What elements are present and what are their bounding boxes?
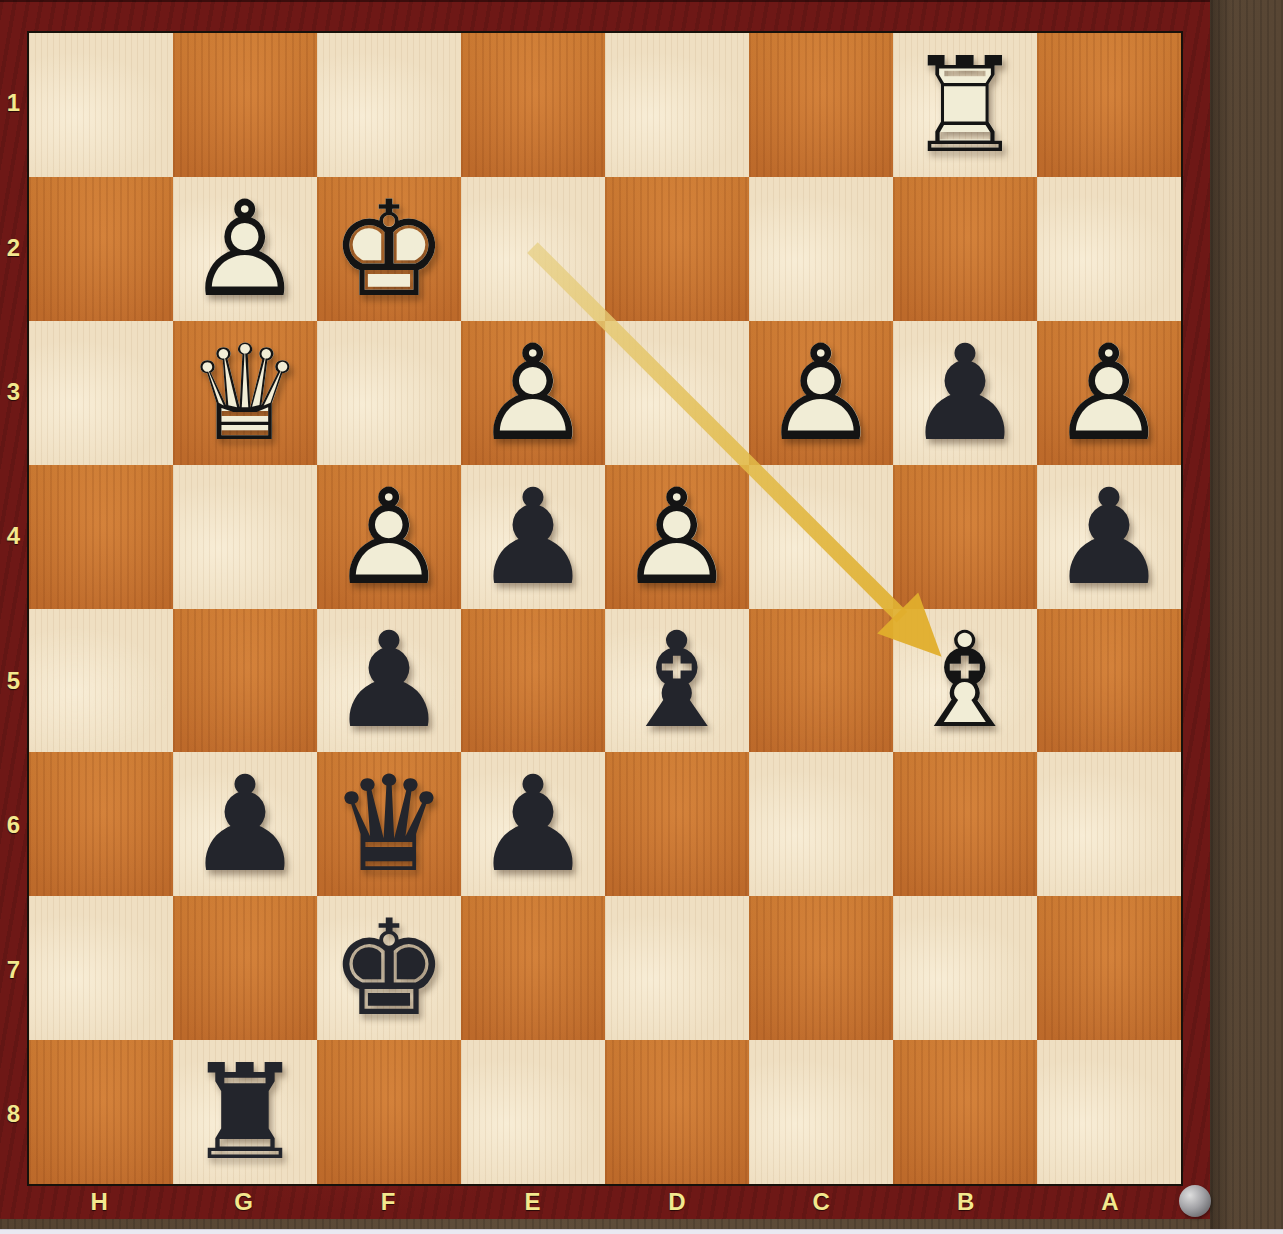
square-f3[interactable]: [317, 321, 461, 465]
square-b5[interactable]: ♝♗: [893, 609, 1037, 753]
square-f6[interactable]: ♛: [317, 752, 461, 896]
square-f7[interactable]: ♚: [317, 896, 461, 1040]
rank-label-6: 6: [0, 811, 27, 839]
square-a1[interactable]: [1037, 33, 1181, 177]
square-g1[interactable]: [173, 33, 317, 177]
white-pawn[interactable]: ♟♙: [173, 177, 317, 321]
square-d3[interactable]: [605, 321, 749, 465]
white-king[interactable]: ♚♔: [317, 177, 461, 321]
square-c2[interactable]: [749, 177, 893, 321]
square-d8[interactable]: [605, 1040, 749, 1184]
square-d5[interactable]: ♝: [605, 609, 749, 753]
square-g5[interactable]: [173, 609, 317, 753]
file-label-b: B: [931, 1186, 1001, 1218]
white-pawn[interactable]: ♟♙: [605, 465, 749, 609]
file-label-f: F: [353, 1186, 423, 1218]
square-e3[interactable]: ♟♙: [461, 321, 605, 465]
square-f1[interactable]: [317, 33, 461, 177]
rank-label-2: 2: [0, 234, 27, 262]
black-pawn[interactable]: ♟: [893, 321, 1037, 465]
square-g6[interactable]: ♟: [173, 752, 317, 896]
black-bishop[interactable]: ♝: [605, 609, 749, 753]
white-queen[interactable]: ♛♕: [173, 321, 317, 465]
square-c5[interactable]: [749, 609, 893, 753]
square-b4[interactable]: [893, 465, 1037, 609]
white-pawn[interactable]: ♟♙: [317, 465, 461, 609]
rank-label-1: 1: [0, 89, 27, 117]
file-label-e: E: [497, 1186, 567, 1218]
square-f5[interactable]: ♟: [317, 609, 461, 753]
square-h1[interactable]: [29, 33, 173, 177]
square-e7[interactable]: [461, 896, 605, 1040]
file-label-d: D: [642, 1186, 712, 1218]
white-bishop[interactable]: ♝♗: [893, 609, 1037, 753]
white-pawn[interactable]: ♟♙: [749, 321, 893, 465]
rank-label-8: 8: [0, 1100, 27, 1128]
rank-label-4: 4: [0, 522, 27, 550]
square-h7[interactable]: [29, 896, 173, 1040]
square-e6[interactable]: ♟: [461, 752, 605, 896]
chess-board: ♜♖♟♙♚♔♛♕♟♙♟♙♟♟♙♟♙♟♟♙♟♟♝♝♗♟♛♟♚♜: [27, 31, 1183, 1186]
black-pawn[interactable]: ♟: [173, 752, 317, 896]
square-h4[interactable]: [29, 465, 173, 609]
black-rook[interactable]: ♜: [173, 1040, 317, 1184]
file-label-h: H: [64, 1186, 134, 1218]
square-a8[interactable]: [1037, 1040, 1181, 1184]
file-label-c: C: [786, 1186, 856, 1218]
square-g2[interactable]: ♟♙: [173, 177, 317, 321]
rank-label-7: 7: [0, 956, 27, 984]
square-h2[interactable]: [29, 177, 173, 321]
square-f8[interactable]: [317, 1040, 461, 1184]
square-b7[interactable]: [893, 896, 1037, 1040]
black-queen[interactable]: ♛: [317, 752, 461, 896]
square-g3[interactable]: ♛♕: [173, 321, 317, 465]
square-g4[interactable]: [173, 465, 317, 609]
square-a3[interactable]: ♟♙: [1037, 321, 1181, 465]
square-c3[interactable]: ♟♙: [749, 321, 893, 465]
square-e4[interactable]: ♟: [461, 465, 605, 609]
square-h5[interactable]: [29, 609, 173, 753]
black-pawn[interactable]: ♟: [317, 609, 461, 753]
file-label-a: A: [1075, 1186, 1145, 1218]
square-b1[interactable]: ♜♖: [893, 33, 1037, 177]
square-h8[interactable]: [29, 1040, 173, 1184]
square-e1[interactable]: [461, 33, 605, 177]
board-frame: 12345678 HGFEDCBA ♜♖♟♙♚♔♛♕♟♙♟♙♟♟♙♟♙♟♟♙♟♟…: [0, 0, 1210, 1219]
square-d6[interactable]: [605, 752, 749, 896]
square-g7[interactable]: [173, 896, 317, 1040]
white-rook[interactable]: ♜♖: [893, 33, 1037, 177]
square-d2[interactable]: [605, 177, 749, 321]
black-pawn[interactable]: ♟: [1037, 465, 1181, 609]
black-pawn[interactable]: ♟: [461, 752, 605, 896]
square-c8[interactable]: [749, 1040, 893, 1184]
square-h3[interactable]: [29, 321, 173, 465]
square-e5[interactable]: [461, 609, 605, 753]
square-f2[interactable]: ♚♔: [317, 177, 461, 321]
square-h6[interactable]: [29, 752, 173, 896]
square-a2[interactable]: [1037, 177, 1181, 321]
square-b2[interactable]: [893, 177, 1037, 321]
white-pawn[interactable]: ♟♙: [1037, 321, 1181, 465]
square-e2[interactable]: [461, 177, 605, 321]
square-c6[interactable]: [749, 752, 893, 896]
rank-label-3: 3: [0, 378, 27, 406]
chess-board-screenshot: 12345678 HGFEDCBA ♜♖♟♙♚♔♛♕♟♙♟♙♟♟♙♟♙♟♟♙♟♟…: [0, 0, 1283, 1234]
square-f4[interactable]: ♟♙: [317, 465, 461, 609]
square-a4[interactable]: ♟: [1037, 465, 1181, 609]
square-d1[interactable]: [605, 33, 749, 177]
black-king[interactable]: ♚: [317, 896, 461, 1040]
square-a6[interactable]: [1037, 752, 1181, 896]
square-b8[interactable]: [893, 1040, 1037, 1184]
black-pawn[interactable]: ♟: [461, 465, 605, 609]
window-bottom-strip: [0, 1229, 1283, 1234]
square-d7[interactable]: [605, 896, 749, 1040]
square-c7[interactable]: [749, 896, 893, 1040]
square-b3[interactable]: ♟: [893, 321, 1037, 465]
rank-label-5: 5: [0, 667, 27, 695]
square-a7[interactable]: [1037, 896, 1181, 1040]
square-c4[interactable]: [749, 465, 893, 609]
file-label-g: G: [209, 1186, 279, 1218]
corner-sphere-decoration: [1179, 1185, 1211, 1217]
square-a5[interactable]: [1037, 609, 1181, 753]
square-d4[interactable]: ♟♙: [605, 465, 749, 609]
square-c1[interactable]: [749, 33, 893, 177]
square-g8[interactable]: ♜: [173, 1040, 317, 1184]
square-e8[interactable]: [461, 1040, 605, 1184]
white-pawn[interactable]: ♟♙: [461, 321, 605, 465]
square-b6[interactable]: [893, 752, 1037, 896]
